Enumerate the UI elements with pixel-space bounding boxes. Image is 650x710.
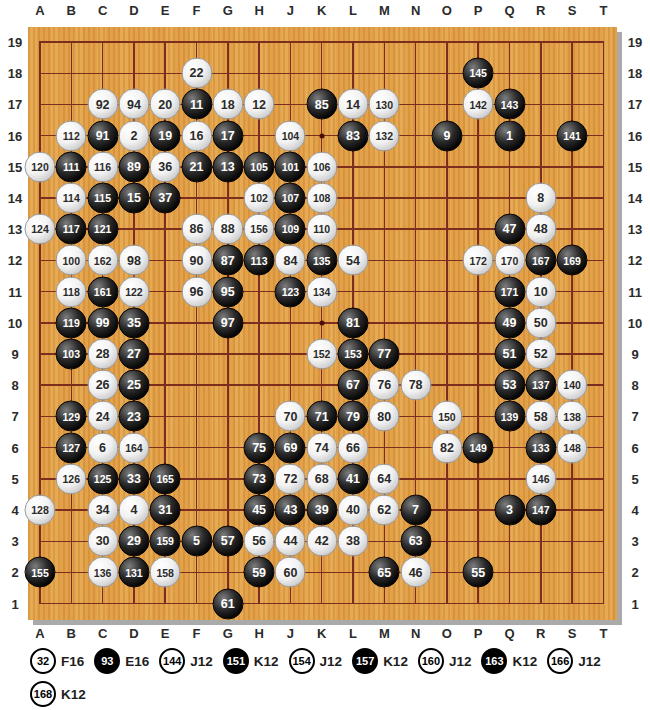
grid-line-row-19 <box>39 41 604 43</box>
caption-point-label: J12 <box>578 654 601 669</box>
stone-H5: 73 <box>244 463 275 494</box>
stone-A13: 124 <box>25 214 56 245</box>
stone-A2: 155 <box>25 557 56 588</box>
stone-C17: 92 <box>87 89 118 120</box>
stone-L16: 83 <box>338 120 369 151</box>
stone-G11: 95 <box>212 276 243 307</box>
stone-K4: 39 <box>306 495 337 526</box>
stone-L12: 54 <box>338 245 369 276</box>
col-label-top-F: F <box>193 3 201 18</box>
col-label-top-L: L <box>349 3 357 18</box>
row-label-left-15: 15 <box>8 159 22 174</box>
stone-J12: 84 <box>275 245 306 276</box>
stone-G17: 18 <box>212 89 243 120</box>
col-label-bottom-B: B <box>67 626 76 641</box>
stone-R10: 50 <box>525 307 556 338</box>
row-label-left-10: 10 <box>8 315 22 330</box>
stone-L8: 67 <box>338 370 369 401</box>
stone-B12: 100 <box>56 245 87 276</box>
stone-E17: 20 <box>150 89 181 120</box>
stone-K6: 74 <box>306 432 337 463</box>
stone-G16: 17 <box>212 120 243 151</box>
row-label-left-7: 7 <box>11 409 18 424</box>
stone-C2: 136 <box>87 557 118 588</box>
stone-B5: 126 <box>56 463 87 494</box>
stone-N4: 7 <box>400 495 431 526</box>
stone-S6: 148 <box>557 432 588 463</box>
stone-D4: 4 <box>118 495 149 526</box>
caption-move-circle: 151 <box>223 648 249 674</box>
stone-H3: 56 <box>244 526 275 557</box>
stone-C14: 115 <box>87 183 118 214</box>
stone-R11: 10 <box>525 276 556 307</box>
row-label-right-15: 15 <box>628 159 642 174</box>
stone-D9: 27 <box>118 339 149 370</box>
row-label-right-2: 2 <box>631 565 638 580</box>
stone-B6: 127 <box>56 432 87 463</box>
stone-K13: 110 <box>306 214 337 245</box>
stone-K9: 152 <box>306 339 337 370</box>
col-label-top-S: S <box>568 3 577 18</box>
stone-Q8: 53 <box>494 370 525 401</box>
stone-B16: 112 <box>56 120 87 151</box>
stone-O16: 9 <box>431 120 462 151</box>
stone-P12: 172 <box>463 245 494 276</box>
caption-entry: 157K12 <box>352 648 408 674</box>
stone-E16: 19 <box>150 120 181 151</box>
stone-M9: 77 <box>369 339 400 370</box>
col-label-top-E: E <box>161 3 170 18</box>
col-label-top-P: P <box>474 3 483 18</box>
stone-J14: 107 <box>275 183 306 214</box>
stone-K14: 108 <box>306 183 337 214</box>
row-label-right-14: 14 <box>628 191 642 206</box>
stone-D10: 35 <box>118 307 149 338</box>
stone-H15: 105 <box>244 151 275 182</box>
stone-J3: 44 <box>275 526 306 557</box>
stone-B13: 117 <box>56 214 87 245</box>
col-label-top-G: G <box>223 3 233 18</box>
col-label-top-C: C <box>98 3 107 18</box>
caption-move-circle: 144 <box>159 648 185 674</box>
stone-C7: 24 <box>87 401 118 432</box>
col-label-top-T: T <box>599 3 607 18</box>
stone-S16: 141 <box>557 120 588 151</box>
stone-M8: 76 <box>369 370 400 401</box>
caption-point-label: J12 <box>190 654 213 669</box>
caption-move-circle: 157 <box>352 648 378 674</box>
row-label-left-8: 8 <box>11 378 18 393</box>
stone-B11: 118 <box>56 276 87 307</box>
col-label-bottom-L: L <box>349 626 357 641</box>
stone-P6: 149 <box>463 432 494 463</box>
star-point-K10 <box>319 320 324 325</box>
col-label-top-D: D <box>129 3 138 18</box>
stone-L3: 38 <box>338 526 369 557</box>
stone-B9: 103 <box>56 339 87 370</box>
caption-move-circle: 93 <box>94 648 120 674</box>
row-label-left-12: 12 <box>8 253 22 268</box>
stone-N2: 46 <box>400 557 431 588</box>
row-label-right-4: 4 <box>631 503 638 518</box>
stone-D7: 23 <box>118 401 149 432</box>
stone-R7: 58 <box>525 401 556 432</box>
stone-R8: 137 <box>525 370 556 401</box>
stone-H4: 45 <box>244 495 275 526</box>
stone-E4: 31 <box>150 495 181 526</box>
col-label-bottom-E: E <box>161 626 170 641</box>
row-label-left-9: 9 <box>11 347 18 362</box>
caption-point-label: K12 <box>61 687 86 702</box>
stone-G1: 61 <box>212 588 243 619</box>
stone-J13: 109 <box>275 214 306 245</box>
caption-move-circle: 166 <box>547 648 573 674</box>
row-label-right-3: 3 <box>631 534 638 549</box>
stone-J6: 69 <box>275 432 306 463</box>
caption-point-label: K12 <box>512 654 537 669</box>
stone-Q9: 51 <box>494 339 525 370</box>
stone-J11: 123 <box>275 276 306 307</box>
stone-L5: 41 <box>338 463 369 494</box>
grid-line-row-18 <box>39 73 604 75</box>
caption-point-label: K12 <box>254 654 279 669</box>
stone-L9: 153 <box>338 339 369 370</box>
caption-line: 32F1693E16144J12151K12154J12157K12160J12… <box>30 648 630 674</box>
caption-move-circle: 168 <box>30 681 56 707</box>
col-label-top-O: O <box>442 3 452 18</box>
row-label-left-4: 4 <box>11 503 18 518</box>
stone-H6: 75 <box>244 432 275 463</box>
row-label-right-6: 6 <box>631 440 638 455</box>
col-label-top-Q: Q <box>504 3 514 18</box>
col-label-bottom-A: A <box>35 626 44 641</box>
stone-F17: 11 <box>181 89 212 120</box>
move-caption: 32F1693E16144J12151K12154J12157K12160J12… <box>30 648 630 710</box>
stone-O7: 150 <box>431 401 462 432</box>
stone-K3: 42 <box>306 526 337 557</box>
stone-L7: 79 <box>338 401 369 432</box>
stone-E15: 36 <box>150 151 181 182</box>
stone-G12: 87 <box>212 245 243 276</box>
row-label-right-7: 7 <box>631 409 638 424</box>
stone-F3: 5 <box>181 526 212 557</box>
stone-S12: 169 <box>557 245 588 276</box>
stone-J16: 104 <box>275 120 306 151</box>
row-label-right-13: 13 <box>628 222 642 237</box>
stone-J5: 72 <box>275 463 306 494</box>
stone-Q11: 171 <box>494 276 525 307</box>
col-label-bottom-M: M <box>379 626 390 641</box>
col-label-top-N: N <box>411 3 420 18</box>
caption-entry: 93E16 <box>94 648 149 674</box>
col-label-bottom-K: K <box>317 626 326 641</box>
stone-F16: 16 <box>181 120 212 151</box>
stone-D12: 98 <box>118 245 149 276</box>
stone-C9: 28 <box>87 339 118 370</box>
stone-C10: 99 <box>87 307 118 338</box>
stone-E2: 158 <box>150 557 181 588</box>
stone-R14: 8 <box>525 183 556 214</box>
stone-H2: 59 <box>244 557 275 588</box>
stone-B14: 114 <box>56 183 87 214</box>
stone-R13: 48 <box>525 214 556 245</box>
stone-D5: 33 <box>118 463 149 494</box>
row-label-left-13: 13 <box>8 222 22 237</box>
stone-Q7: 139 <box>494 401 525 432</box>
row-label-right-17: 17 <box>628 97 642 112</box>
stone-R9: 52 <box>525 339 556 370</box>
stone-B10: 119 <box>56 307 87 338</box>
caption-entry: 163K12 <box>481 648 537 674</box>
col-label-top-B: B <box>67 3 76 18</box>
col-label-bottom-C: C <box>98 626 107 641</box>
col-label-bottom-S: S <box>568 626 577 641</box>
col-label-bottom-R: R <box>536 626 545 641</box>
stone-C3: 30 <box>87 526 118 557</box>
stone-M4: 62 <box>369 495 400 526</box>
stone-G15: 13 <box>212 151 243 182</box>
stone-F12: 90 <box>181 245 212 276</box>
col-label-bottom-N: N <box>411 626 420 641</box>
stone-Q16: 1 <box>494 120 525 151</box>
row-label-left-5: 5 <box>11 471 18 486</box>
stone-Q10: 49 <box>494 307 525 338</box>
col-label-top-A: A <box>35 3 44 18</box>
stone-S8: 140 <box>557 370 588 401</box>
stone-P2: 55 <box>463 557 494 588</box>
stone-M5: 64 <box>369 463 400 494</box>
caption-point-label: E16 <box>125 654 149 669</box>
stone-K11: 134 <box>306 276 337 307</box>
stone-C5: 125 <box>87 463 118 494</box>
stone-L6: 66 <box>338 432 369 463</box>
stone-Q13: 47 <box>494 214 525 245</box>
col-label-bottom-G: G <box>223 626 233 641</box>
row-label-right-1: 1 <box>631 596 638 611</box>
caption-move-circle: 154 <box>289 648 315 674</box>
col-label-top-J: J <box>287 3 294 18</box>
stone-K12: 135 <box>306 245 337 276</box>
caption-move-circle: 163 <box>481 648 507 674</box>
caption-entry: 151K12 <box>223 648 279 674</box>
stone-G10: 97 <box>212 307 243 338</box>
row-label-left-18: 18 <box>8 66 22 81</box>
stone-M7: 80 <box>369 401 400 432</box>
stone-M2: 65 <box>369 557 400 588</box>
col-label-bottom-Q: Q <box>504 626 514 641</box>
stone-Q17: 143 <box>494 89 525 120</box>
stone-G3: 57 <box>212 526 243 557</box>
row-label-right-16: 16 <box>628 128 642 143</box>
stone-K15: 106 <box>306 151 337 182</box>
stone-C13: 121 <box>87 214 118 245</box>
stone-Q12: 170 <box>494 245 525 276</box>
stone-J7: 70 <box>275 401 306 432</box>
stone-P17: 142 <box>463 89 494 120</box>
stone-D16: 2 <box>118 120 149 151</box>
caption-entry: 168K12 <box>30 681 86 707</box>
col-label-top-H: H <box>254 3 263 18</box>
stone-E5: 165 <box>150 463 181 494</box>
stone-F13: 86 <box>181 214 212 245</box>
row-label-right-9: 9 <box>631 347 638 362</box>
row-label-left-19: 19 <box>8 35 22 50</box>
stone-O6: 82 <box>431 432 462 463</box>
row-label-left-16: 16 <box>8 128 22 143</box>
caption-move-circle: 160 <box>418 648 444 674</box>
stone-C15: 116 <box>87 151 118 182</box>
row-label-right-12: 12 <box>628 253 642 268</box>
caption-line: 168K12 <box>30 681 630 707</box>
col-label-bottom-T: T <box>599 626 607 641</box>
stone-A15: 120 <box>25 151 56 182</box>
col-label-top-M: M <box>379 3 390 18</box>
grid-line-row-1 <box>39 603 604 605</box>
go-diagram: AABBCCDDEEFFGGHHJJKKLLMMNNOOPPQQRRSSTT19… <box>0 0 650 710</box>
col-label-bottom-D: D <box>129 626 138 641</box>
stone-J2: 60 <box>275 557 306 588</box>
stone-K17: 85 <box>306 89 337 120</box>
row-label-right-11: 11 <box>628 284 642 299</box>
stone-C4: 34 <box>87 495 118 526</box>
row-label-left-1: 1 <box>11 596 18 611</box>
caption-point-label: J12 <box>449 654 472 669</box>
stone-C12: 162 <box>87 245 118 276</box>
stone-D17: 94 <box>118 89 149 120</box>
stone-D15: 89 <box>118 151 149 182</box>
star-point-K16 <box>319 133 324 138</box>
stone-D6: 164 <box>118 432 149 463</box>
stone-D2: 131 <box>118 557 149 588</box>
row-label-right-8: 8 <box>631 378 638 393</box>
caption-entry: 144J12 <box>159 648 213 674</box>
stone-D8: 25 <box>118 370 149 401</box>
stone-F15: 21 <box>181 151 212 182</box>
stone-Q4: 3 <box>494 495 525 526</box>
col-label-bottom-H: H <box>254 626 263 641</box>
stone-H17: 12 <box>244 89 275 120</box>
stone-L10: 81 <box>338 307 369 338</box>
caption-point-label: J12 <box>320 654 343 669</box>
caption-entry: 160J12 <box>418 648 472 674</box>
row-label-right-18: 18 <box>628 66 642 81</box>
row-label-left-6: 6 <box>11 440 18 455</box>
row-label-right-19: 19 <box>628 35 642 50</box>
caption-move-circle: 32 <box>30 648 56 674</box>
caption-point-label: K12 <box>383 654 408 669</box>
stone-J15: 101 <box>275 151 306 182</box>
caption-point-label: F16 <box>61 654 84 669</box>
stone-S7: 138 <box>557 401 588 432</box>
row-label-left-3: 3 <box>11 534 18 549</box>
stone-K5: 68 <box>306 463 337 494</box>
col-label-bottom-F: F <box>193 626 201 641</box>
stone-P18: 145 <box>463 58 494 89</box>
stone-A4: 128 <box>25 495 56 526</box>
stone-R12: 167 <box>525 245 556 276</box>
col-label-bottom-J: J <box>287 626 294 641</box>
stone-M16: 132 <box>369 120 400 151</box>
stone-M17: 130 <box>369 89 400 120</box>
stone-C6: 6 <box>87 432 118 463</box>
stone-R6: 133 <box>525 432 556 463</box>
row-label-left-11: 11 <box>8 284 22 299</box>
stone-H12: 113 <box>244 245 275 276</box>
stone-E14: 37 <box>150 183 181 214</box>
stone-B7: 129 <box>56 401 87 432</box>
row-label-left-2: 2 <box>11 565 18 580</box>
stone-N8: 78 <box>400 370 431 401</box>
stone-G13: 88 <box>212 214 243 245</box>
col-label-top-R: R <box>536 3 545 18</box>
stone-R5: 146 <box>525 463 556 494</box>
caption-entry: 154J12 <box>289 648 343 674</box>
stone-D14: 15 <box>118 183 149 214</box>
stone-L4: 40 <box>338 495 369 526</box>
stone-L17: 14 <box>338 89 369 120</box>
col-label-bottom-O: O <box>442 626 452 641</box>
col-label-bottom-P: P <box>474 626 483 641</box>
col-label-top-K: K <box>317 3 326 18</box>
caption-entry: 166J12 <box>547 648 601 674</box>
row-label-left-17: 17 <box>8 97 22 112</box>
stone-K7: 71 <box>306 401 337 432</box>
stone-J4: 43 <box>275 495 306 526</box>
stone-N3: 63 <box>400 526 431 557</box>
stone-F18: 22 <box>181 58 212 89</box>
stone-D11: 122 <box>118 276 149 307</box>
stone-R4: 147 <box>525 495 556 526</box>
stone-B15: 111 <box>56 151 87 182</box>
row-label-right-10: 10 <box>628 315 642 330</box>
stone-H14: 102 <box>244 183 275 214</box>
row-label-left-14: 14 <box>8 191 22 206</box>
stone-C8: 26 <box>87 370 118 401</box>
stone-C16: 91 <box>87 120 118 151</box>
caption-entry: 32F16 <box>30 648 84 674</box>
stone-E3: 159 <box>150 526 181 557</box>
stone-H13: 156 <box>244 214 275 245</box>
stone-C11: 161 <box>87 276 118 307</box>
stone-D3: 29 <box>118 526 149 557</box>
row-label-right-5: 5 <box>631 471 638 486</box>
stone-F11: 96 <box>181 276 212 307</box>
